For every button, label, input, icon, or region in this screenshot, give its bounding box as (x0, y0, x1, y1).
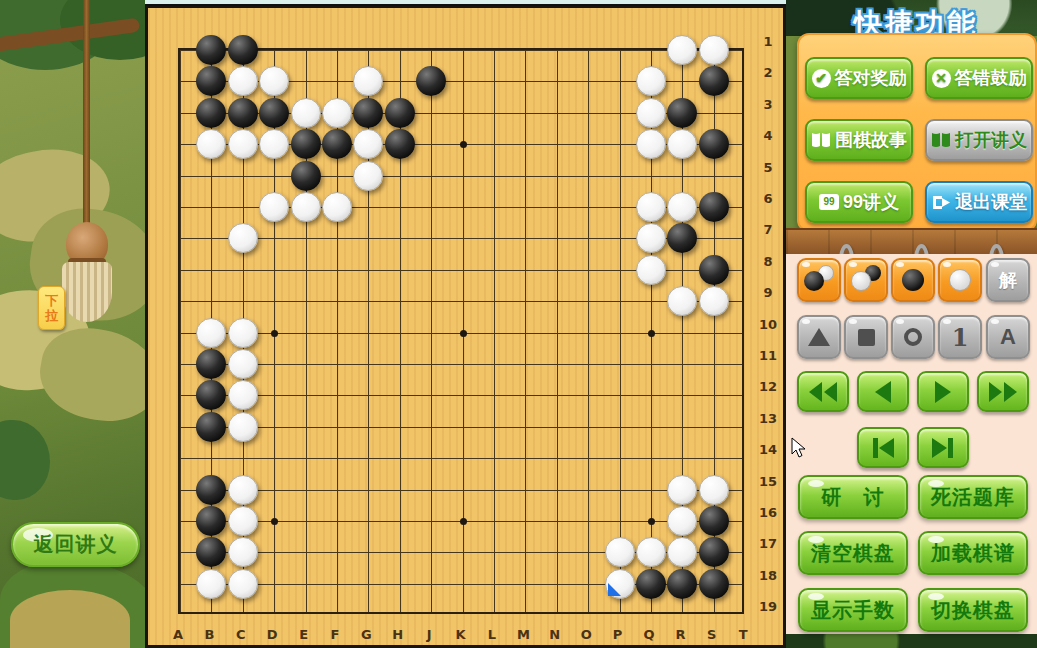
black-stone-B13[interactable] (196, 412, 226, 442)
return-to-lecture-button[interactable]: 返回讲义 (11, 522, 140, 567)
open-book-icon (931, 132, 951, 148)
return-button-label: 返回讲义 (34, 533, 118, 555)
black-stone-C3[interactable] (228, 98, 258, 128)
exit-class-button[interactable]: 退出课堂 (925, 181, 1033, 223)
open-lecture-button[interactable]: 打开讲义 (925, 119, 1033, 161)
row-label-11: 11 (754, 348, 782, 363)
tool-white-first[interactable] (844, 258, 888, 302)
white-stone-R4[interactable] (667, 129, 697, 159)
white-stone-G4[interactable] (353, 129, 383, 159)
black-stone-E5[interactable] (291, 161, 321, 191)
white-stone-icon (851, 271, 871, 291)
white-stone-S1[interactable] (699, 35, 729, 65)
to-start-button[interactable] (857, 427, 909, 468)
white-stone-icon (949, 269, 971, 291)
white-stone-C12[interactable] (228, 380, 258, 410)
white-stone-P17[interactable] (605, 537, 635, 567)
column-label-R: R (665, 627, 695, 642)
tool-square-mark[interactable] (844, 315, 888, 359)
to-end-button[interactable] (917, 427, 969, 468)
white-stone-P18[interactable] (605, 569, 635, 599)
white-stone-F6[interactable] (322, 192, 352, 222)
row-label-9: 9 (754, 285, 782, 300)
white-stone-R9[interactable] (667, 286, 697, 316)
tool-triangle-mark[interactable] (797, 315, 841, 359)
black-stone-H4[interactable] (385, 129, 415, 159)
row-label-7: 7 (754, 222, 782, 237)
double-right-arrow-icon (986, 381, 1020, 403)
clear-board-button[interactable]: 清空棋盘 (798, 531, 908, 575)
tool-black-first[interactable] (797, 258, 841, 302)
rewind-button[interactable] (797, 371, 849, 412)
black-stone-S6[interactable] (699, 192, 729, 222)
black-stone-G3[interactable] (353, 98, 383, 128)
black-stone-B16[interactable] (196, 506, 226, 536)
star-point (648, 518, 655, 525)
tool-white-stone[interactable] (938, 258, 982, 302)
life-death-library-button[interactable]: 死活题库 (918, 475, 1028, 519)
switch-board-button[interactable]: 切换棋盘 (918, 588, 1028, 632)
white-stone-D6[interactable] (259, 192, 289, 222)
discuss-button[interactable]: 研 讨 (798, 475, 908, 519)
white-stone-E6[interactable] (291, 192, 321, 222)
black-stone-B1[interactable] (196, 35, 226, 65)
black-stone-F4[interactable] (322, 129, 352, 159)
white-stone-G5[interactable] (353, 161, 383, 191)
black-stone-D3[interactable] (259, 98, 289, 128)
white-stone-S15[interactable] (699, 475, 729, 505)
white-stone-B18[interactable] (196, 569, 226, 599)
black-stone-J2[interactable] (416, 66, 446, 96)
white-stone-Q4[interactable] (636, 129, 666, 159)
exit-icon (931, 194, 951, 211)
tool-number-mark[interactable]: 1 (938, 315, 982, 359)
check-circle-icon: ✔ (812, 69, 831, 88)
black-stone-icon (902, 269, 924, 291)
black-stone-S8[interactable] (699, 255, 729, 285)
star-point (648, 330, 655, 337)
row-label-17: 17 (754, 536, 782, 551)
pull-down-tab[interactable]: 下拉 (38, 286, 65, 330)
button-label: 答对奖励 (835, 66, 907, 90)
row-label-5: 5 (754, 160, 782, 175)
fast-forward-button[interactable] (977, 371, 1029, 412)
black-stone-S4[interactable] (699, 129, 729, 159)
step-forward-button[interactable] (917, 371, 969, 412)
panel-background-bottom (786, 634, 1037, 648)
white-stone-C11[interactable] (228, 349, 258, 379)
app-window: 下拉 返回讲义 ABCDEFGHJKLMNOPQRST 123456789101… (0, 0, 1037, 648)
square-icon (858, 329, 875, 346)
mouse-cursor (791, 437, 807, 459)
button-label: 显示手数 (811, 597, 895, 624)
black-stone-C1[interactable] (228, 35, 258, 65)
column-label-K: K (446, 627, 476, 642)
tool-circle-mark[interactable] (891, 315, 935, 359)
black-stone-S16[interactable] (699, 506, 729, 536)
white-stone-G2[interactable] (353, 66, 383, 96)
hanging-rope (83, 0, 90, 232)
column-label-Q: Q (634, 627, 664, 642)
button-label: 答错鼓励 (955, 66, 1027, 90)
star-point (460, 518, 467, 525)
white-stone-C15[interactable] (228, 475, 258, 505)
star-point (271, 330, 278, 337)
white-stone-Q7[interactable] (636, 223, 666, 253)
row-label-4: 4 (754, 128, 782, 143)
tassel-fringe (62, 262, 112, 322)
column-label-E: E (289, 627, 319, 642)
load-record-button[interactable]: 加载棋谱 (918, 531, 1028, 575)
right-arrow-icon (931, 380, 955, 404)
book-99-icon: 99 (819, 194, 839, 210)
star-point (460, 330, 467, 337)
white-stone-Q8[interactable] (636, 255, 666, 285)
lectures-99-button[interactable]: 99 99讲义 (805, 181, 913, 223)
white-stone-F3[interactable] (322, 98, 352, 128)
tool-panel (786, 254, 1037, 634)
white-stone-R6[interactable] (667, 192, 697, 222)
number-1-icon: 1 (940, 317, 980, 357)
button-label: 加载棋谱 (931, 540, 1015, 567)
white-stone-Q17[interactable] (636, 537, 666, 567)
white-stone-C4[interactable] (228, 129, 258, 159)
black-stone-R3[interactable] (667, 98, 697, 128)
black-stone-Q18[interactable] (636, 569, 666, 599)
encourage-wrong-button[interactable]: ✕ 答错鼓励 (925, 57, 1033, 99)
white-stone-S9[interactable] (699, 286, 729, 316)
to-end-icon (930, 436, 956, 460)
black-stone-H3[interactable] (385, 98, 415, 128)
white-stone-R17[interactable] (667, 537, 697, 567)
column-label-B: B (194, 627, 224, 642)
black-stone-S17[interactable] (699, 537, 729, 567)
column-label-F: F (320, 627, 350, 642)
bush (0, 420, 50, 500)
last-move-marker (608, 583, 621, 596)
column-label-O: O (571, 627, 601, 642)
white-stone-D2[interactable] (259, 66, 289, 96)
black-stone-B3[interactable] (196, 98, 226, 128)
triangle-icon (808, 328, 830, 346)
to-start-icon (870, 436, 896, 460)
book-icon (811, 132, 831, 148)
button-label: 切换棋盘 (931, 597, 1015, 624)
button-label: 打开讲义 (955, 128, 1027, 152)
go-grid[interactable] (178, 48, 744, 614)
black-stone-S2[interactable] (699, 66, 729, 96)
tool-solve[interactable]: 解 (986, 258, 1030, 302)
column-label-L: L (477, 627, 507, 642)
go-board-area: ABCDEFGHJKLMNOPQRST 12345678910111213141… (145, 0, 786, 648)
solve-label: 解 (988, 260, 1028, 300)
double-left-arrow-icon (806, 381, 840, 403)
reward-correct-button[interactable]: ✔ 答对奖励 (805, 57, 913, 99)
row-label-6: 6 (754, 191, 782, 206)
black-stone-B11[interactable] (196, 349, 226, 379)
column-label-M: M (508, 627, 538, 642)
left-arrow-icon (871, 380, 895, 404)
white-stone-C17[interactable] (228, 537, 258, 567)
column-label-S: S (697, 627, 727, 642)
white-stone-Q2[interactable] (636, 66, 666, 96)
black-stone-S18[interactable] (699, 569, 729, 599)
tool-letter-mark[interactable]: A (986, 315, 1030, 359)
quick-function-card: ✔ 答对奖励 ✕ 答错鼓励 围棋故事 打开讲义 99 99讲义 (797, 33, 1037, 232)
row-label-13: 13 (754, 411, 782, 426)
white-stone-R15[interactable] (667, 475, 697, 505)
black-stone-E4[interactable] (291, 129, 321, 159)
white-stone-C13[interactable] (228, 412, 258, 442)
white-stone-Q6[interactable] (636, 192, 666, 222)
white-stone-R16[interactable] (667, 506, 697, 536)
button-label: 研 讨 (822, 484, 885, 511)
column-label-A: A (163, 627, 193, 642)
black-stone-icon (804, 271, 824, 291)
column-label-T: T (728, 627, 758, 642)
black-stone-B2[interactable] (196, 66, 226, 96)
button-label: 清空棋盘 (811, 540, 895, 567)
column-label-H: H (383, 627, 413, 642)
row-label-1: 1 (754, 34, 782, 49)
column-label-N: N (540, 627, 570, 642)
row-label-14: 14 (754, 442, 782, 457)
circle-icon (904, 328, 922, 346)
x-circle-icon: ✕ (932, 69, 951, 88)
button-label: 围棋故事 (835, 128, 907, 152)
white-stone-C18[interactable] (228, 569, 258, 599)
column-label-J: J (414, 627, 444, 642)
white-stone-E3[interactable] (291, 98, 321, 128)
board-wood: ABCDEFGHJKLMNOPQRST 12345678910111213141… (145, 6, 786, 648)
column-label-G: G (351, 627, 381, 642)
white-stone-C16[interactable] (228, 506, 258, 536)
row-label-18: 18 (754, 568, 782, 583)
stone-path (10, 590, 130, 648)
row-label-3: 3 (754, 97, 782, 112)
row-label-8: 8 (754, 254, 782, 269)
white-stone-R1[interactable] (667, 35, 697, 65)
button-label: 死活题库 (931, 484, 1015, 511)
column-label-C: C (226, 627, 256, 642)
black-stone-B15[interactable] (196, 475, 226, 505)
row-label-12: 12 (754, 379, 782, 394)
go-stories-button[interactable]: 围棋故事 (805, 119, 913, 161)
black-stone-B17[interactable] (196, 537, 226, 567)
step-back-button[interactable] (857, 371, 909, 412)
black-stone-R18[interactable] (667, 569, 697, 599)
row-label-16: 16 (754, 505, 782, 520)
white-stone-C7[interactable] (228, 223, 258, 253)
black-stone-B12[interactable] (196, 380, 226, 410)
row-label-15: 15 (754, 474, 782, 489)
letter-a-icon: A (988, 317, 1028, 357)
row-label-10: 10 (754, 317, 782, 332)
white-stone-C10[interactable] (228, 318, 258, 348)
white-stone-C2[interactable] (228, 66, 258, 96)
button-label: 退出课堂 (955, 190, 1027, 214)
tool-black-stone[interactable] (891, 258, 935, 302)
show-move-numbers-button[interactable]: 显示手数 (798, 588, 908, 632)
star-point (271, 518, 278, 525)
row-label-19: 19 (754, 599, 782, 614)
white-stone-B4[interactable] (196, 129, 226, 159)
white-stone-Q3[interactable] (636, 98, 666, 128)
column-label-D: D (257, 627, 287, 642)
row-label-2: 2 (754, 65, 782, 80)
white-stone-B10[interactable] (196, 318, 226, 348)
button-label: 99讲义 (843, 190, 899, 214)
black-stone-R7[interactable] (667, 223, 697, 253)
white-stone-D4[interactable] (259, 129, 289, 159)
column-label-P: P (603, 627, 633, 642)
star-point (460, 141, 467, 148)
